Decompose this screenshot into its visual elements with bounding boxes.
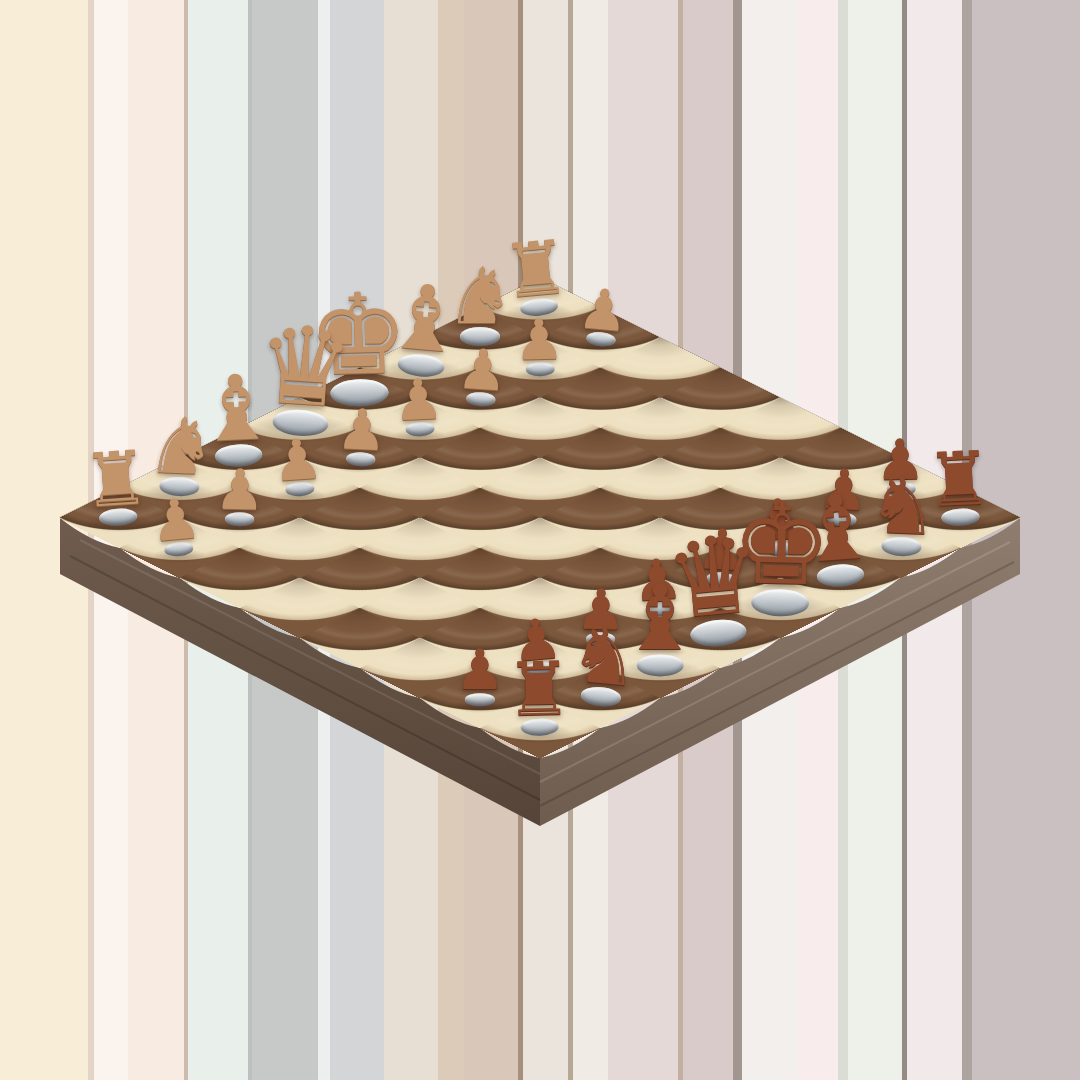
white-pawn-glyph: ♟ [335, 401, 388, 459]
white-rook-glyph: ♜ [80, 440, 151, 518]
chess-pieces-layer: ♜♟♞♟♝♟♚♟♛♟♝♟♟♞♜♟♟♜♞♟♟♝♟♚♟♛♟♝♟♞♟♜ [0, 0, 1080, 1080]
white-pawn-glyph: ♟ [149, 490, 204, 550]
white-rook[interactable]: ♜ [507, 231, 573, 315]
white-pawn[interactable]: ♟ [274, 432, 324, 496]
white-pawn-glyph: ♟ [576, 280, 631, 340]
black-knight-glyph: ♞ [566, 615, 643, 699]
white-pawn[interactable]: ♟ [575, 282, 625, 346]
black-pawn-glyph: ♟ [455, 642, 505, 698]
white-pawn[interactable]: ♟ [335, 402, 385, 466]
white-pawn[interactable]: ♟ [395, 372, 445, 436]
white-knight-glyph: ♞ [145, 406, 218, 487]
black-rook[interactable]: ♜ [507, 652, 573, 736]
white-pawn[interactable]: ♟ [214, 462, 264, 526]
white-pawn-glyph: ♟ [215, 462, 266, 519]
white-pawn-glyph: ♟ [455, 340, 509, 399]
white-pawn-glyph: ♟ [270, 431, 324, 490]
white-pawn[interactable]: ♟ [455, 342, 505, 406]
white-pawn-glyph: ♟ [392, 371, 445, 429]
white-pawn-glyph: ♟ [513, 311, 564, 368]
black-rook-glyph: ♜ [505, 651, 573, 726]
white-knight[interactable]: ♞ [144, 407, 214, 496]
black-knight[interactable]: ♞ [565, 617, 635, 706]
product-photo-stage: ♜♟♞♟♝♟♚♟♛♟♝♟♟♞♜♟♟♜♞♟♟♝♟♚♟♛♟♝♟♞♟♜ [0, 0, 1080, 1080]
white-rook[interactable]: ♜ [86, 442, 152, 526]
black-pawn[interactable]: ♟ [455, 642, 505, 706]
white-pawn[interactable]: ♟ [515, 312, 565, 376]
white-pawn[interactable]: ♟ [154, 492, 204, 556]
